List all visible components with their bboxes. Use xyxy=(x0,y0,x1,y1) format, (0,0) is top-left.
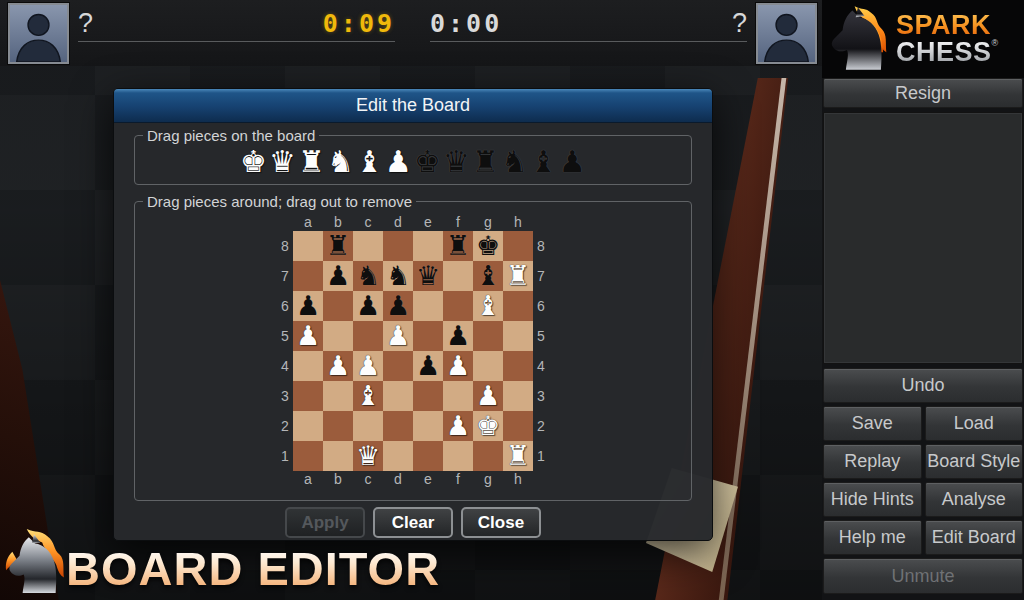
logo-text: SPARK CHESS® xyxy=(896,12,998,66)
flaming-knight-banner-icon xyxy=(2,524,68,600)
coord-label-2: 2 xyxy=(533,411,549,441)
palette-piece-wR[interactable]: ♜ xyxy=(297,145,326,179)
palette-piece-wP[interactable]: ♟ xyxy=(384,145,413,179)
hide-hints-button[interactable]: Hide Hints xyxy=(823,482,922,517)
square-a5[interactable]: ♟ xyxy=(293,321,323,351)
right-player-avatar[interactable] xyxy=(756,3,817,64)
piece-white-B-c3[interactable]: ♝ xyxy=(356,381,380,411)
square-h4[interactable] xyxy=(503,351,533,381)
board-style-button[interactable]: Board Style xyxy=(925,444,1024,479)
square-f2[interactable]: ♟ xyxy=(443,411,473,441)
square-g8[interactable]: ♚ xyxy=(473,231,503,261)
piece-black-P-a6[interactable]: ♟ xyxy=(296,291,320,321)
palette-piece-bR[interactable]: ♜ xyxy=(471,145,500,179)
square-d3[interactable] xyxy=(383,381,413,411)
coord-label-f: f xyxy=(443,471,473,488)
load-button[interactable]: Load xyxy=(925,406,1024,441)
square-d8[interactable] xyxy=(383,231,413,261)
square-e7[interactable]: ♛ xyxy=(413,261,443,291)
coord-label-b: b xyxy=(323,471,353,488)
square-c6[interactable]: ♟ xyxy=(353,291,383,321)
square-f1[interactable] xyxy=(443,441,473,471)
square-f4[interactable]: ♟ xyxy=(443,351,473,381)
left-player-avatar[interactable] xyxy=(8,3,69,64)
square-f3[interactable] xyxy=(443,381,473,411)
edit-board-dialog: Edit the Board Drag pieces on the board … xyxy=(113,88,713,541)
square-g2[interactable]: ♚ xyxy=(473,411,503,441)
coord-label-e: e xyxy=(413,471,443,488)
palette-piece-bB[interactable]: ♝ xyxy=(529,145,558,179)
square-b1[interactable] xyxy=(323,441,353,471)
piece-white-Q-c1[interactable]: ♛ xyxy=(356,441,380,471)
logo-registered: ® xyxy=(992,38,999,48)
square-d2[interactable] xyxy=(383,411,413,441)
unmute-button[interactable]: Unmute xyxy=(823,558,1023,594)
coord-label-6: 6 xyxy=(277,291,293,321)
coord-label-1: 1 xyxy=(277,441,293,471)
square-a6[interactable]: ♟ xyxy=(293,291,323,321)
chess-board: ♜♜♚♟♞♞♛♝♜♟♟♟♝♟♟♟♟♟♟♟♝♟♟♚♛♜ xyxy=(293,231,533,471)
square-h5[interactable] xyxy=(503,321,533,351)
coord-label-h: h xyxy=(503,471,533,488)
square-e6[interactable] xyxy=(413,291,443,321)
square-c8[interactable] xyxy=(353,231,383,261)
coord-label-7: 7 xyxy=(533,261,549,291)
square-g6[interactable]: ♝ xyxy=(473,291,503,321)
coord-label-8: 8 xyxy=(533,231,549,261)
piece-palette: ♚♛♜♞♝♟♚♛♜♞♝♟ xyxy=(143,145,683,179)
coord-label-h: h xyxy=(503,214,533,231)
piece-black-R-b8[interactable]: ♜ xyxy=(326,231,350,261)
square-c3[interactable]: ♝ xyxy=(353,381,383,411)
piece-white-P-a5[interactable]: ♟ xyxy=(296,321,320,351)
coord-label-2: 2 xyxy=(277,411,293,441)
sidebar: Resign Undo Save Load Replay Board Style… xyxy=(822,78,1024,600)
square-h8[interactable] xyxy=(503,231,533,261)
sparkchess-logo: SPARK CHESS® xyxy=(822,0,1024,78)
square-e5[interactable] xyxy=(413,321,443,351)
square-e1[interactable] xyxy=(413,441,443,471)
piece-black-P-d6[interactable]: ♟ xyxy=(386,291,410,321)
coord-label-e: e xyxy=(413,214,443,231)
coord-label-8: 8 xyxy=(277,231,293,261)
square-b3[interactable] xyxy=(323,381,353,411)
square-b4[interactable]: ♟ xyxy=(323,351,353,381)
coord-label-1: 1 xyxy=(533,441,549,471)
square-c5[interactable] xyxy=(353,321,383,351)
square-b6[interactable] xyxy=(323,291,353,321)
square-c2[interactable] xyxy=(353,411,383,441)
square-f5[interactable]: ♟ xyxy=(443,321,473,351)
square-h3[interactable] xyxy=(503,381,533,411)
piece-black-N-d7[interactable]: ♞ xyxy=(386,261,410,291)
left-player-name: ? xyxy=(78,8,93,38)
resign-button[interactable]: Resign xyxy=(823,78,1023,108)
board-fieldset: Drag pieces around; drag out to remove a… xyxy=(134,193,692,501)
square-d7[interactable]: ♞ xyxy=(383,261,413,291)
save-button[interactable]: Save xyxy=(823,406,922,441)
square-c7[interactable]: ♞ xyxy=(353,261,383,291)
piece-white-R-h1[interactable]: ♜ xyxy=(506,441,530,471)
coord-label-d: d xyxy=(383,471,413,488)
coord-label-a: a xyxy=(293,214,323,231)
top-bar: ? 0:09 0:00 ? xyxy=(0,0,822,66)
square-d6[interactable]: ♟ xyxy=(383,291,413,321)
piece-white-P-d5[interactable]: ♟ xyxy=(386,321,410,351)
square-d5[interactable]: ♟ xyxy=(383,321,413,351)
palette-piece-wK[interactable]: ♚ xyxy=(239,145,268,179)
piece-black-R-f8[interactable]: ♜ xyxy=(446,231,470,261)
piece-white-B-g6[interactable]: ♝ xyxy=(476,291,500,321)
right-player-name: ? xyxy=(732,8,747,38)
coord-label-f: f xyxy=(443,214,473,231)
piece-black-P-b7[interactable]: ♟ xyxy=(326,261,350,291)
square-c4[interactable]: ♟ xyxy=(353,351,383,381)
square-b2[interactable] xyxy=(323,411,353,441)
palette-fieldset: Drag pieces on the board ♚♛♜♞♝♟♚♛♜♞♝♟ xyxy=(134,127,692,185)
square-b5[interactable] xyxy=(323,321,353,351)
square-g4[interactable] xyxy=(473,351,503,381)
right-player-clock: 0:00 xyxy=(430,9,502,38)
piece-black-P-f5[interactable]: ♟ xyxy=(446,321,470,351)
square-e3[interactable] xyxy=(413,381,443,411)
coord-label-c: c xyxy=(353,214,383,231)
coord-label-3: 3 xyxy=(533,381,549,411)
coord-label-5: 5 xyxy=(277,321,293,351)
logo-chess: CHESS xyxy=(896,37,992,67)
move-list-panel xyxy=(823,112,1023,364)
piece-white-P-g3[interactable]: ♟ xyxy=(476,381,500,411)
square-h1[interactable]: ♜ xyxy=(503,441,533,471)
help-me-button[interactable]: Help me xyxy=(823,520,922,555)
coord-label-a: a xyxy=(293,471,323,488)
rank-labels-left: 87654321 xyxy=(277,231,293,471)
square-h6[interactable] xyxy=(503,291,533,321)
piece-black-P-c6[interactable]: ♟ xyxy=(356,291,380,321)
piece-black-K-g8[interactable]: ♚ xyxy=(476,231,500,261)
square-g1[interactable] xyxy=(473,441,503,471)
palette-piece-bP[interactable]: ♟ xyxy=(558,145,587,179)
piece-white-P-b4[interactable]: ♟ xyxy=(326,351,350,381)
square-e2[interactable] xyxy=(413,411,443,441)
palette-piece-wQ[interactable]: ♛ xyxy=(268,145,297,179)
flaming-knight-icon xyxy=(824,2,894,76)
edit-board-button[interactable]: Edit Board xyxy=(925,520,1024,555)
palette-piece-bN[interactable]: ♞ xyxy=(500,145,529,179)
replay-button[interactable]: Replay xyxy=(823,444,922,479)
logo-spark: SPARK xyxy=(896,10,991,40)
file-labels-bottom: abcdefgh xyxy=(293,471,549,488)
coord-label-d: d xyxy=(383,214,413,231)
square-a1[interactable] xyxy=(293,441,323,471)
left-player-bar: ? 0:09 xyxy=(78,5,395,42)
piece-black-P-e4[interactable]: ♟ xyxy=(416,351,440,381)
piece-white-P-f2[interactable]: ♟ xyxy=(446,411,470,441)
piece-white-R-h7[interactable]: ♜ xyxy=(506,261,530,291)
coord-label-6: 6 xyxy=(533,291,549,321)
square-a2[interactable] xyxy=(293,411,323,441)
square-f6[interactable] xyxy=(443,291,473,321)
coord-label-5: 5 xyxy=(533,321,549,351)
palette-piece-bQ[interactable]: ♛ xyxy=(442,145,471,179)
square-h7[interactable]: ♜ xyxy=(503,261,533,291)
palette-piece-wB[interactable]: ♝ xyxy=(355,145,384,179)
square-a4[interactable] xyxy=(293,351,323,381)
right-player-bar: 0:00 ? xyxy=(430,5,747,42)
left-player-clock: 0:09 xyxy=(323,9,395,38)
dialog-title: Edit the Board xyxy=(114,89,712,123)
square-a8[interactable] xyxy=(293,231,323,261)
square-d1[interactable] xyxy=(383,441,413,471)
board-legend: Drag pieces around; drag out to remove xyxy=(143,193,416,210)
palette-legend: Drag pieces on the board xyxy=(143,127,319,144)
coord-label-4: 4 xyxy=(533,351,549,381)
square-c1[interactable]: ♛ xyxy=(353,441,383,471)
palette-piece-wN[interactable]: ♞ xyxy=(326,145,355,179)
square-h2[interactable] xyxy=(503,411,533,441)
coord-label-7: 7 xyxy=(277,261,293,291)
coord-label-g: g xyxy=(473,471,503,488)
piece-black-Q-e7[interactable]: ♛ xyxy=(416,261,440,291)
analyse-button[interactable]: Analyse xyxy=(925,482,1024,517)
square-a7[interactable] xyxy=(293,261,323,291)
board-editor-banner: BOARD EDITOR xyxy=(0,522,540,600)
coord-label-4: 4 xyxy=(277,351,293,381)
square-a3[interactable] xyxy=(293,381,323,411)
file-labels-top: abcdefgh xyxy=(293,214,549,231)
board-with-coordinates: abcdefgh 87654321 ♜♜♚♟♞♞♛♝♜♟♟♟♝♟♟♟♟♟♟♟♝♟… xyxy=(277,214,549,488)
piece-black-N-c7[interactable]: ♞ xyxy=(356,261,380,291)
square-g5[interactable] xyxy=(473,321,503,351)
sparkchess-app: ? 0:09 0:00 ? SPARK xyxy=(0,0,1024,600)
coord-label-b: b xyxy=(323,214,353,231)
square-f8[interactable]: ♜ xyxy=(443,231,473,261)
square-e8[interactable] xyxy=(413,231,443,261)
piece-black-B-g7[interactable]: ♝ xyxy=(476,261,500,291)
piece-white-P-f4[interactable]: ♟ xyxy=(446,351,470,381)
undo-button[interactable]: Undo xyxy=(823,368,1023,403)
square-f7[interactable] xyxy=(443,261,473,291)
square-b7[interactable]: ♟ xyxy=(323,261,353,291)
rank-labels-right: 87654321 xyxy=(533,231,549,471)
square-d4[interactable] xyxy=(383,351,413,381)
board-editor-title: BOARD EDITOR xyxy=(66,541,440,596)
piece-white-P-c4[interactable]: ♟ xyxy=(356,351,380,381)
piece-white-K-g2[interactable]: ♚ xyxy=(476,411,500,441)
coord-label-c: c xyxy=(353,471,383,488)
square-g7[interactable]: ♝ xyxy=(473,261,503,291)
square-g3[interactable]: ♟ xyxy=(473,381,503,411)
palette-piece-bK[interactable]: ♚ xyxy=(413,145,442,179)
coord-label-3: 3 xyxy=(277,381,293,411)
square-e4[interactable]: ♟ xyxy=(413,351,443,381)
coord-label-g: g xyxy=(473,214,503,231)
square-b8[interactable]: ♜ xyxy=(323,231,353,261)
